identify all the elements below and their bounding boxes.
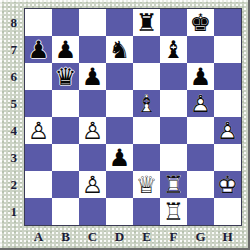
piece-white-rook[interactable]: ♜♖ (160, 171, 187, 198)
piece-black-rook[interactable]: ♜ (133, 9, 160, 36)
file-labels: ABCDEFGH (25, 228, 241, 245)
piece-glyph: ♞ (106, 36, 133, 63)
square-d2[interactable] (106, 171, 133, 198)
square-g7[interactable] (187, 36, 214, 63)
piece-outline-glyph: ♙ (79, 117, 106, 144)
square-h6[interactable] (214, 63, 241, 90)
square-e7[interactable] (133, 36, 160, 63)
square-a6[interactable] (25, 63, 52, 90)
square-a2[interactable] (25, 171, 52, 198)
rank-label-7: 7 (0, 36, 22, 63)
square-e1[interactable] (133, 198, 160, 225)
square-g4[interactable] (187, 117, 214, 144)
piece-fill-glyph: ♜ (160, 198, 187, 225)
piece-fill-glyph: ♟ (79, 171, 106, 198)
piece-black-pawn[interactable]: ♟ (79, 63, 106, 90)
square-h8[interactable] (214, 9, 241, 36)
piece-white-bishop[interactable]: ♝♗ (133, 90, 160, 117)
piece-outline-glyph: ♗ (133, 90, 160, 117)
file-label-f: F (160, 228, 187, 245)
square-b5[interactable] (52, 90, 79, 117)
piece-black-pawn[interactable]: ♟ (106, 144, 133, 171)
square-e4[interactable] (133, 117, 160, 144)
square-h3[interactable] (214, 144, 241, 171)
piece-fill-glyph: ♟ (79, 117, 106, 144)
square-b3[interactable] (52, 144, 79, 171)
square-e6[interactable] (133, 63, 160, 90)
square-d4[interactable] (106, 117, 133, 144)
square-b6[interactable]: ♛ (52, 63, 79, 90)
piece-black-king[interactable]: ♚ (187, 9, 214, 36)
square-f8[interactable] (160, 9, 187, 36)
square-c4[interactable]: ♟♙ (79, 117, 106, 144)
square-c1[interactable] (79, 198, 106, 225)
square-e8[interactable]: ♜ (133, 9, 160, 36)
square-c6[interactable]: ♟ (79, 63, 106, 90)
square-b7[interactable]: ♟ (52, 36, 79, 63)
piece-fill-glyph: ♚ (214, 171, 241, 198)
piece-black-pawn[interactable]: ♟ (25, 36, 52, 63)
square-g5[interactable]: ♟♙ (187, 90, 214, 117)
chess-board-frame: 87654321 ♜♚♟♟♞♝♛♟♟♝♗♟♙♟♙♟♙♟♙♟♟♙♛♕♜♖♚♔♜♖ … (0, 0, 250, 250)
square-b1[interactable] (52, 198, 79, 225)
piece-glyph: ♝ (160, 36, 187, 63)
square-c5[interactable] (79, 90, 106, 117)
rank-label-5: 5 (0, 90, 22, 117)
file-label-e: E (133, 228, 160, 245)
rank-label-4: 4 (0, 117, 22, 144)
square-h2[interactable]: ♚♔ (214, 171, 241, 198)
square-a3[interactable] (25, 144, 52, 171)
square-g3[interactable] (187, 144, 214, 171)
square-c2[interactable]: ♟♙ (79, 171, 106, 198)
square-e5[interactable]: ♝♗ (133, 90, 160, 117)
square-h1[interactable] (214, 198, 241, 225)
square-f5[interactable] (160, 90, 187, 117)
piece-outline-glyph: ♙ (79, 171, 106, 198)
square-d6[interactable] (106, 63, 133, 90)
piece-white-pawn[interactable]: ♟♙ (214, 117, 241, 144)
piece-black-bishop[interactable]: ♝ (160, 36, 187, 63)
square-f1[interactable]: ♜♖ (160, 198, 187, 225)
piece-white-king[interactable]: ♚♔ (214, 171, 241, 198)
piece-outline-glyph: ♔ (214, 171, 241, 198)
square-d5[interactable] (106, 90, 133, 117)
square-d7[interactable]: ♞ (106, 36, 133, 63)
piece-glyph: ♛ (52, 63, 79, 90)
piece-outline-glyph: ♙ (25, 117, 52, 144)
piece-black-pawn[interactable]: ♟ (187, 63, 214, 90)
piece-glyph: ♟ (106, 144, 133, 171)
piece-white-pawn[interactable]: ♟♙ (79, 117, 106, 144)
piece-outline-glyph: ♙ (214, 117, 241, 144)
square-b8[interactable] (52, 9, 79, 36)
piece-fill-glyph: ♝ (133, 90, 160, 117)
square-d8[interactable] (106, 9, 133, 36)
file-label-a: A (25, 228, 52, 245)
piece-glyph: ♟ (52, 36, 79, 63)
rank-label-2: 2 (0, 171, 22, 198)
square-e3[interactable] (133, 144, 160, 171)
square-b4[interactable] (52, 117, 79, 144)
square-g1[interactable] (187, 198, 214, 225)
piece-white-queen[interactable]: ♛♕ (133, 171, 160, 198)
piece-fill-glyph: ♛ (133, 171, 160, 198)
square-c3[interactable] (79, 144, 106, 171)
square-h4[interactable]: ♟♙ (214, 117, 241, 144)
piece-outline-glyph: ♖ (160, 171, 187, 198)
square-d3[interactable]: ♟ (106, 144, 133, 171)
square-c8[interactable] (79, 9, 106, 36)
piece-black-pawn[interactable]: ♟ (52, 36, 79, 63)
square-g2[interactable] (187, 171, 214, 198)
piece-outline-glyph: ♖ (160, 198, 187, 225)
square-f4[interactable] (160, 117, 187, 144)
piece-black-knight[interactable]: ♞ (106, 36, 133, 63)
piece-fill-glyph: ♜ (160, 171, 187, 198)
chess-board: ♜♚♟♟♞♝♛♟♟♝♗♟♙♟♙♟♙♟♙♟♟♙♛♕♜♖♚♔♜♖ (24, 8, 242, 226)
piece-white-rook[interactable]: ♜♖ (160, 198, 187, 225)
file-label-c: C (79, 228, 106, 245)
piece-outline-glyph: ♙ (187, 90, 214, 117)
piece-fill-glyph: ♟ (187, 90, 214, 117)
piece-glyph: ♚ (187, 9, 214, 36)
piece-white-pawn[interactable]: ♟♙ (25, 117, 52, 144)
piece-outline-glyph: ♕ (133, 171, 160, 198)
piece-glyph: ♟ (187, 63, 214, 90)
square-h7[interactable] (214, 36, 241, 63)
square-g6[interactable]: ♟ (187, 63, 214, 90)
square-c7[interactable] (79, 36, 106, 63)
file-label-b: B (52, 228, 79, 245)
piece-fill-glyph: ♟ (214, 117, 241, 144)
piece-fill-glyph: ♟ (25, 117, 52, 144)
square-a1[interactable] (25, 198, 52, 225)
file-label-h: H (214, 228, 241, 245)
square-f6[interactable] (160, 63, 187, 90)
square-f3[interactable] (160, 144, 187, 171)
piece-white-pawn[interactable]: ♟♙ (187, 90, 214, 117)
piece-white-pawn[interactable]: ♟♙ (79, 171, 106, 198)
square-f2[interactable]: ♜♖ (160, 171, 187, 198)
piece-glyph: ♜ (133, 9, 160, 36)
square-d1[interactable] (106, 198, 133, 225)
square-a7[interactable]: ♟ (25, 36, 52, 63)
rank-label-8: 8 (0, 9, 22, 36)
square-e2[interactable]: ♛♕ (133, 171, 160, 198)
square-h5[interactable] (214, 90, 241, 117)
square-a4[interactable]: ♟♙ (25, 117, 52, 144)
square-b2[interactable] (52, 171, 79, 198)
square-f7[interactable]: ♝ (160, 36, 187, 63)
file-label-g: G (187, 228, 214, 245)
square-a8[interactable] (25, 9, 52, 36)
piece-glyph: ♟ (79, 63, 106, 90)
rank-label-6: 6 (0, 63, 22, 90)
rank-label-1: 1 (0, 198, 22, 225)
piece-black-queen[interactable]: ♛ (52, 63, 79, 90)
file-label-d: D (106, 228, 133, 245)
rank-labels: 87654321 (0, 9, 22, 225)
piece-glyph: ♟ (25, 36, 52, 63)
square-a5[interactable] (25, 90, 52, 117)
rank-label-3: 3 (0, 144, 22, 171)
square-g8[interactable]: ♚ (187, 9, 214, 36)
